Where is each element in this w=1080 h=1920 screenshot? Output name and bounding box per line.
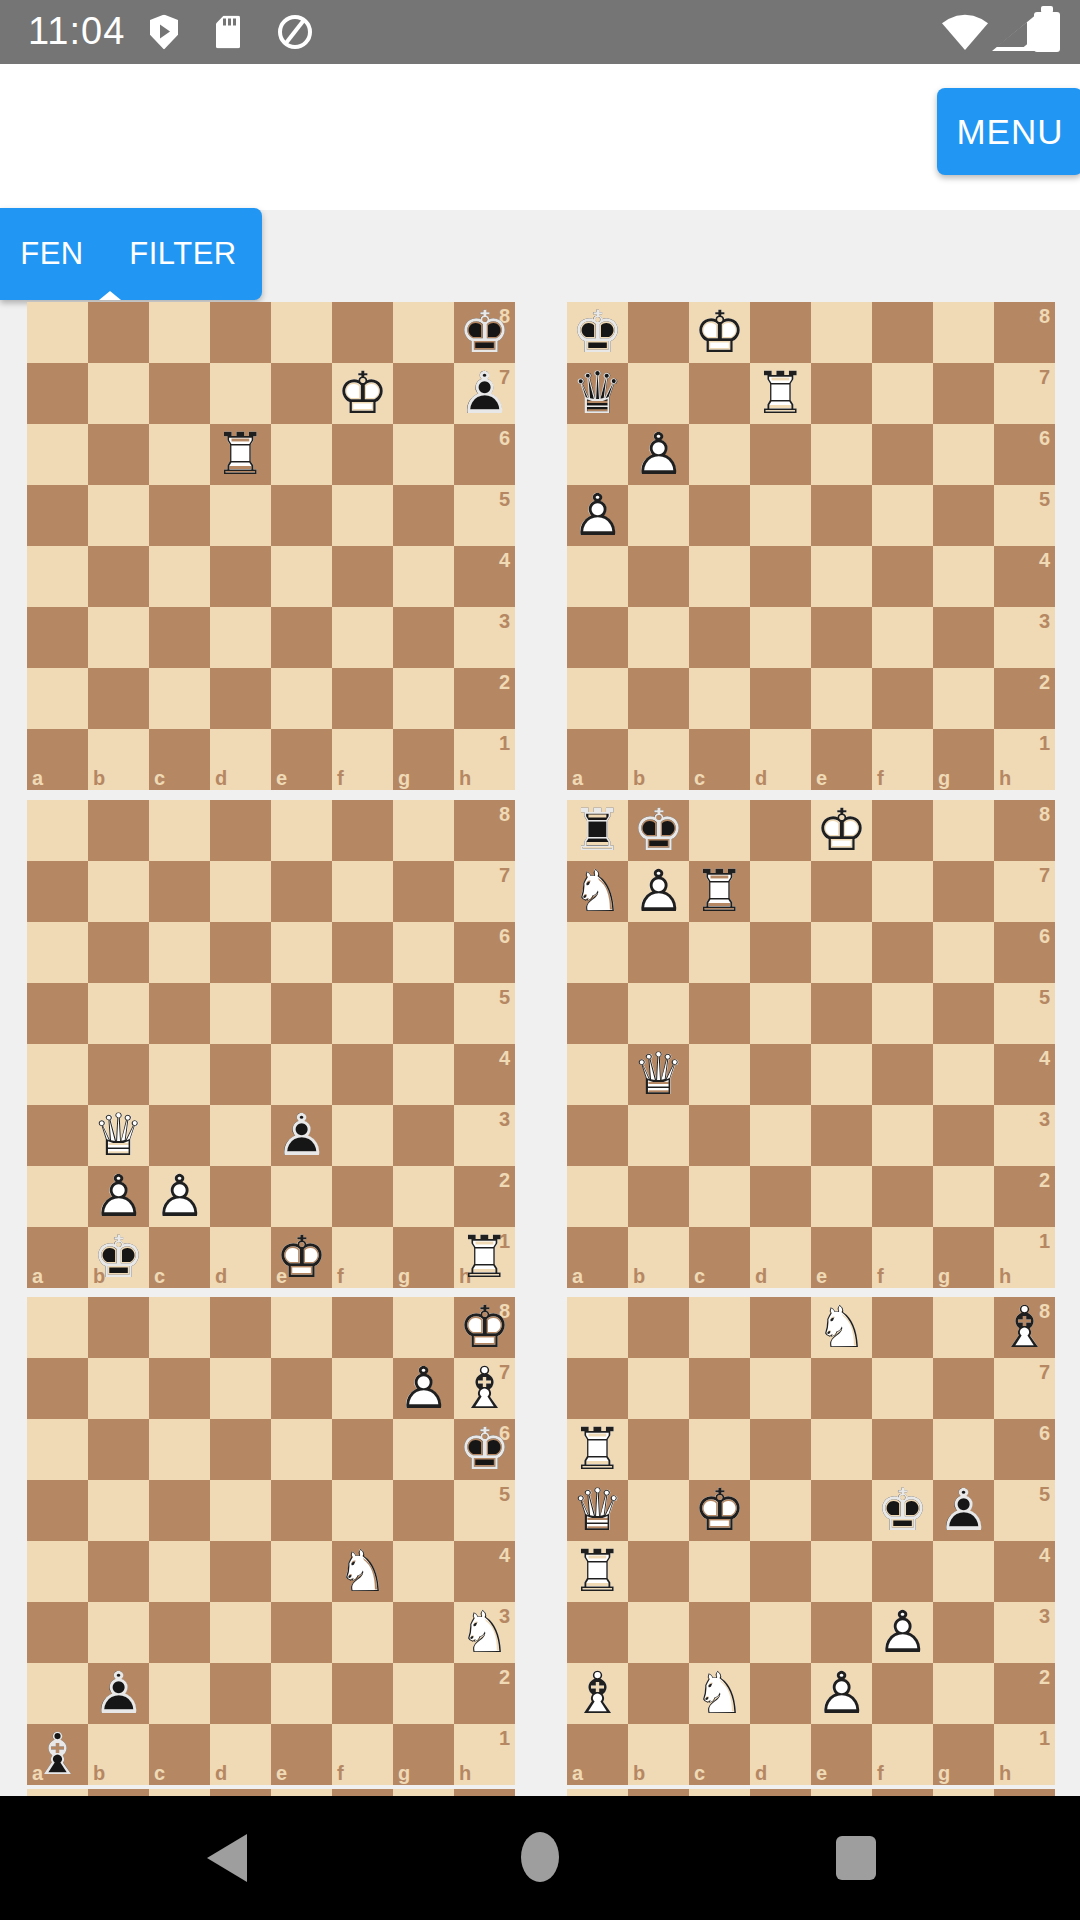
square-d8 (750, 1297, 811, 1358)
square-g1: g (393, 729, 454, 790)
square-c1: c (689, 1227, 750, 1288)
board-1[interactable]: 8♚♔♚♔7♟♙♜♖65432abcdefg1h (27, 302, 515, 790)
square-g6 (393, 922, 454, 983)
square-c8: ♚♔ (689, 302, 750, 363)
square-a3 (27, 1105, 88, 1166)
square-e7 (811, 861, 872, 922)
square-g3 (933, 1105, 994, 1166)
square-b7 (88, 363, 149, 424)
square-g5 (393, 485, 454, 546)
app-screen: 11:04 MENU FEN FILTER 8♚♔♚♔7♟♙♜♖65432abc… (0, 0, 1080, 1920)
square-f1: f (872, 729, 933, 790)
square-f2 (872, 1166, 933, 1227)
square-e3: ♟♙ (271, 1105, 332, 1166)
square-c4 (689, 1044, 750, 1105)
file-label: d (215, 768, 227, 788)
square-b5 (88, 485, 149, 546)
square-b2: ♟♙ (88, 1166, 149, 1227)
square-g6 (933, 922, 994, 983)
square-a3 (567, 1602, 628, 1663)
square-g4 (933, 1044, 994, 1105)
square-d1: d (750, 1227, 811, 1288)
rank-label: 7 (499, 1362, 510, 1382)
square-f8 (872, 302, 933, 363)
file-label: g (398, 1266, 410, 1286)
square-h8: 8♚♔ (454, 302, 515, 363)
square-d8 (750, 800, 811, 861)
square-e3 (811, 607, 872, 668)
file-label: g (938, 1763, 950, 1783)
square-f6 (332, 1419, 393, 1480)
file-label: f (337, 1266, 344, 1286)
square-e5 (811, 983, 872, 1044)
sd-card-icon (216, 16, 240, 49)
board-8-edge (567, 1789, 1055, 1796)
square-g2 (393, 668, 454, 729)
square-c5: ♚♔ (689, 1480, 750, 1541)
square-b5 (88, 983, 149, 1044)
square-e3 (811, 1602, 872, 1663)
square-d8 (210, 800, 271, 861)
square-d4 (750, 546, 811, 607)
square-f3 (872, 607, 933, 668)
square-g7 (393, 861, 454, 922)
square-c2 (689, 1166, 750, 1227)
square-e5 (271, 983, 332, 1044)
file-label: f (877, 768, 884, 788)
back-icon[interactable] (207, 1834, 247, 1882)
square-d2 (210, 1166, 271, 1227)
square-c3 (149, 607, 210, 668)
square-e5 (271, 1480, 332, 1541)
file-label: b (93, 1266, 105, 1286)
square-g5: ♟♙ (933, 1480, 994, 1541)
square-g2 (393, 1663, 454, 1724)
square-e4 (271, 1044, 332, 1105)
square-c7: ♜♖ (689, 861, 750, 922)
square-h7: 7♝♗ (454, 1358, 515, 1419)
square-g3 (933, 1602, 994, 1663)
fen-button[interactable]: FEN (0, 208, 104, 300)
file-label: b (633, 1763, 645, 1783)
square-d5 (750, 983, 811, 1044)
rank-label: 8 (499, 306, 510, 326)
rank-label: 4 (1039, 1048, 1050, 1068)
rank-label: 1 (1039, 1728, 1050, 1748)
square-e8: ♚♔ (811, 800, 872, 861)
square-c5 (149, 485, 210, 546)
file-label: a (572, 768, 583, 788)
square-d2 (750, 1166, 811, 1227)
square-g7 (933, 363, 994, 424)
square-c2: ♞♘ (689, 1663, 750, 1724)
file-label: g (938, 1266, 950, 1286)
clock: 11:04 (28, 10, 125, 53)
square-a6 (567, 922, 628, 983)
file-label: f (877, 1763, 884, 1783)
rank-label: 5 (1039, 987, 1050, 1007)
square-h4: 4 (994, 1044, 1055, 1105)
square-d4 (210, 546, 271, 607)
rank-label: 6 (1039, 428, 1050, 448)
square-c7 (689, 1358, 750, 1419)
square-g1: g (933, 1227, 994, 1288)
square-f3 (332, 1602, 393, 1663)
square-c7 (149, 1358, 210, 1419)
square-g5 (933, 485, 994, 546)
square-a1: a (27, 1227, 88, 1288)
square-b8 (88, 302, 149, 363)
board-3[interactable]: 87654♛♕♟♙3♟♙♟♙2ab♚♔cde♚♔fg1h♜♖ (27, 800, 515, 1288)
square-h1: 1h (454, 1724, 515, 1785)
square-a7: ♞♘ (567, 861, 628, 922)
square-g1: g (393, 1724, 454, 1785)
file-label: a (32, 1266, 43, 1286)
square-b6 (88, 922, 149, 983)
square-f2 (332, 668, 393, 729)
square-f5 (332, 983, 393, 1044)
square-g8 (393, 1297, 454, 1358)
rank-label: 7 (499, 865, 510, 885)
square-f3 (332, 1105, 393, 1166)
signal-icon (992, 13, 1038, 51)
square-a4 (567, 546, 628, 607)
square-b3 (628, 1602, 689, 1663)
recents-icon[interactable] (836, 1836, 876, 1880)
square-c2 (689, 668, 750, 729)
square-e6 (271, 922, 332, 983)
square-f1: f (332, 1724, 393, 1785)
square-b8: ♚♔ (628, 800, 689, 861)
square-g4 (933, 546, 994, 607)
square-c2: ♟♙ (149, 1166, 210, 1227)
square-c1: c (689, 1724, 750, 1785)
square-g8 (933, 302, 994, 363)
square-f6 (872, 1419, 933, 1480)
square-h8: 8♝♗ (994, 1297, 1055, 1358)
square-e5 (811, 485, 872, 546)
square-d8 (210, 1297, 271, 1358)
square-a8: ♜♖ (567, 800, 628, 861)
filter-button[interactable]: FILTER (104, 208, 262, 300)
square-a7: ♛♕ (567, 363, 628, 424)
square-c6 (689, 1419, 750, 1480)
square-e7 (811, 363, 872, 424)
square-h4: 4 (454, 1044, 515, 1105)
square-c8 (149, 1297, 210, 1358)
square-h7: 7 (994, 363, 1055, 424)
square-h6: 6 (454, 922, 515, 983)
square-a7 (27, 1358, 88, 1419)
file-label: h (999, 1763, 1011, 1783)
square-b7 (628, 363, 689, 424)
square-b4 (88, 1044, 149, 1105)
square-d1: d (750, 729, 811, 790)
rank-label: 5 (499, 1484, 510, 1504)
file-label: h (999, 1266, 1011, 1286)
rank-label: 7 (1039, 1362, 1050, 1382)
square-h6: 6 (454, 424, 515, 485)
square-c6 (149, 1419, 210, 1480)
square-c3 (689, 1602, 750, 1663)
square-h2: 2 (994, 668, 1055, 729)
square-a1: a (567, 729, 628, 790)
square-g8 (933, 800, 994, 861)
square-d2 (750, 668, 811, 729)
square-g8 (393, 302, 454, 363)
square-d3 (210, 1602, 271, 1663)
square-h4: 4 (454, 1541, 515, 1602)
square-b6 (88, 1419, 149, 1480)
square-a6: ♜♖ (567, 1419, 628, 1480)
square-f1: f (872, 1724, 933, 1785)
square-g8 (933, 1297, 994, 1358)
rank-label: 3 (1039, 1606, 1050, 1626)
square-g6 (393, 424, 454, 485)
square-d2 (210, 668, 271, 729)
rank-label: 4 (499, 1048, 510, 1068)
square-b4: ♛♕ (628, 1044, 689, 1105)
rank-label: 4 (1039, 1545, 1050, 1565)
square-e6 (271, 1419, 332, 1480)
square-f2 (332, 1166, 393, 1227)
square-f8 (872, 800, 933, 861)
square-g5 (393, 983, 454, 1044)
square-e6 (811, 1419, 872, 1480)
square-a1: a (567, 1227, 628, 1288)
square-b6 (628, 1419, 689, 1480)
square-h7: 7 (454, 861, 515, 922)
square-e3 (811, 1105, 872, 1166)
square-d2 (750, 1663, 811, 1724)
rank-label: 5 (499, 489, 510, 509)
file-label: a (32, 1763, 43, 1783)
square-g7: ♟♙ (393, 1358, 454, 1419)
square-a4 (27, 1044, 88, 1105)
square-b8 (88, 800, 149, 861)
square-e7 (811, 1358, 872, 1419)
square-g3 (933, 607, 994, 668)
square-a8 (27, 302, 88, 363)
board-2[interactable]: ♚♔♚♔8♛♕♜♖7♟♙6♟♙5432abcdefg1h (567, 302, 1055, 790)
square-g8 (393, 800, 454, 861)
rank-label: 4 (499, 1545, 510, 1565)
square-b1: b (88, 1724, 149, 1785)
square-d3 (750, 607, 811, 668)
square-h4: 4 (994, 1541, 1055, 1602)
square-b1: b♚♔ (88, 1227, 149, 1288)
square-f2 (872, 668, 933, 729)
square-c8 (689, 1297, 750, 1358)
square-c7 (689, 363, 750, 424)
square-e5 (811, 1480, 872, 1541)
square-a2 (27, 1663, 88, 1724)
square-g1: g (393, 1227, 454, 1288)
square-f3 (872, 1105, 933, 1166)
file-label: f (337, 1763, 344, 1783)
rank-label: 3 (499, 1109, 510, 1129)
square-e8 (271, 302, 332, 363)
square-f8 (872, 1297, 933, 1358)
square-c6 (149, 922, 210, 983)
board-5[interactable]: 8♚♔♟♙7♝♗6♚♔5♞♘43♞♘♟♙2a♝♗bcdefg1h (27, 1297, 515, 1785)
square-b1: b (628, 1724, 689, 1785)
square-a8 (27, 1297, 88, 1358)
square-g3 (393, 1105, 454, 1166)
square-g2 (393, 1166, 454, 1227)
square-c2 (149, 1663, 210, 1724)
square-e1: e (811, 729, 872, 790)
square-e4 (811, 1541, 872, 1602)
square-f8 (332, 1297, 393, 1358)
square-a3 (27, 1602, 88, 1663)
square-h5: 5 (454, 983, 515, 1044)
square-f6 (872, 424, 933, 485)
square-b2 (628, 1663, 689, 1724)
square-b3 (88, 1602, 149, 1663)
file-label: c (154, 768, 165, 788)
square-c7 (149, 861, 210, 922)
rank-label: 2 (499, 672, 510, 692)
square-e1: e (811, 1724, 872, 1785)
square-d7 (210, 861, 271, 922)
square-c1: c (149, 1724, 210, 1785)
square-c4 (689, 1541, 750, 1602)
play-protect-icon (150, 15, 178, 50)
square-h7: 7♟♙ (454, 363, 515, 424)
rank-label: 8 (1039, 804, 1050, 824)
file-label: e (276, 1266, 287, 1286)
square-f6 (332, 922, 393, 983)
square-a6 (27, 424, 88, 485)
board-4[interactable]: ♜♖♚♔♚♔8♞♘♟♙♜♖765♛♕432abcdefg1h (567, 800, 1055, 1288)
square-h2: 2 (454, 1663, 515, 1724)
square-c4 (149, 1044, 210, 1105)
square-e2 (811, 1166, 872, 1227)
rank-label: 2 (1039, 1170, 1050, 1190)
square-h3: 3 (994, 1602, 1055, 1663)
square-h6: 6 (994, 1419, 1055, 1480)
square-d7 (750, 861, 811, 922)
square-b1: b (628, 1227, 689, 1288)
rank-label: 7 (499, 367, 510, 387)
square-a3 (27, 607, 88, 668)
square-f7 (872, 363, 933, 424)
square-d8 (750, 302, 811, 363)
file-label: h (999, 768, 1011, 788)
file-label: c (694, 768, 705, 788)
square-f7 (872, 1358, 933, 1419)
square-b3: ♛♕ (88, 1105, 149, 1166)
square-d3 (750, 1105, 811, 1166)
file-label: f (877, 1266, 884, 1286)
rank-label: 4 (499, 550, 510, 570)
square-c5 (149, 1480, 210, 1541)
square-h2: 2 (994, 1166, 1055, 1227)
square-h1: 1h (994, 1227, 1055, 1288)
square-d3 (210, 607, 271, 668)
square-b2 (88, 668, 149, 729)
battery-icon (1034, 12, 1060, 52)
file-label: c (154, 1763, 165, 1783)
square-a4 (567, 1044, 628, 1105)
square-g2 (933, 668, 994, 729)
square-d5 (210, 983, 271, 1044)
file-label: b (93, 1763, 105, 1783)
navigation-bar (0, 1796, 1080, 1920)
square-c3 (149, 1602, 210, 1663)
square-b5 (628, 1480, 689, 1541)
square-b2 (628, 1166, 689, 1227)
square-f5 (872, 485, 933, 546)
square-a5 (27, 1480, 88, 1541)
square-e1: e♚♔ (271, 1227, 332, 1288)
square-f7: ♚♔ (332, 363, 393, 424)
square-b7: ♟♙ (628, 861, 689, 922)
square-h1: 1h♜♖ (454, 1227, 515, 1288)
file-label: e (816, 768, 827, 788)
square-f4 (872, 1541, 933, 1602)
square-a6 (27, 1419, 88, 1480)
square-d2 (210, 1663, 271, 1724)
file-label: g (398, 1763, 410, 1783)
board-6[interactable]: ♞♘8♝♗7♜♖6♛♕♚♔♚♔♟♙5♜♖4♟♙3♝♗♞♘♟♙2abcdefg1h (567, 1297, 1055, 1785)
square-a5 (27, 485, 88, 546)
home-icon[interactable] (521, 1832, 559, 1882)
square-d1: d (750, 1724, 811, 1785)
square-h4: 4 (994, 546, 1055, 607)
app-header: MENU (0, 64, 1080, 210)
square-c4 (149, 1541, 210, 1602)
square-g5 (393, 1480, 454, 1541)
square-f4 (872, 1044, 933, 1105)
rank-label: 6 (499, 428, 510, 448)
square-g5 (933, 983, 994, 1044)
square-h7: 7 (994, 1358, 1055, 1419)
square-a4: ♜♖ (567, 1541, 628, 1602)
square-c5 (149, 983, 210, 1044)
square-f5 (872, 983, 933, 1044)
square-h8: 8♚♔ (454, 1297, 515, 1358)
square-h3: 3♞♘ (454, 1602, 515, 1663)
square-a7 (567, 1358, 628, 1419)
square-f5 (332, 1480, 393, 1541)
square-e5 (271, 485, 332, 546)
rank-label: 2 (1039, 672, 1050, 692)
rank-label: 1 (499, 1231, 510, 1251)
square-a5 (27, 983, 88, 1044)
file-label: d (215, 1763, 227, 1783)
square-a6 (567, 424, 628, 485)
square-h3: 3 (454, 607, 515, 668)
file-label: b (633, 1266, 645, 1286)
square-f4: ♞♘ (332, 1541, 393, 1602)
square-f6 (872, 922, 933, 983)
square-e6 (811, 424, 872, 485)
square-e6 (271, 424, 332, 485)
square-h1: 1h (994, 729, 1055, 790)
square-e6 (811, 922, 872, 983)
square-h8: 8 (454, 800, 515, 861)
square-a6 (27, 922, 88, 983)
menu-button[interactable]: MENU (937, 88, 1080, 175)
square-f5 (332, 485, 393, 546)
square-g6 (933, 1419, 994, 1480)
square-b3 (628, 1105, 689, 1166)
board-7-edge (27, 1789, 515, 1796)
rank-label: 3 (1039, 611, 1050, 631)
square-a2 (567, 1166, 628, 1227)
